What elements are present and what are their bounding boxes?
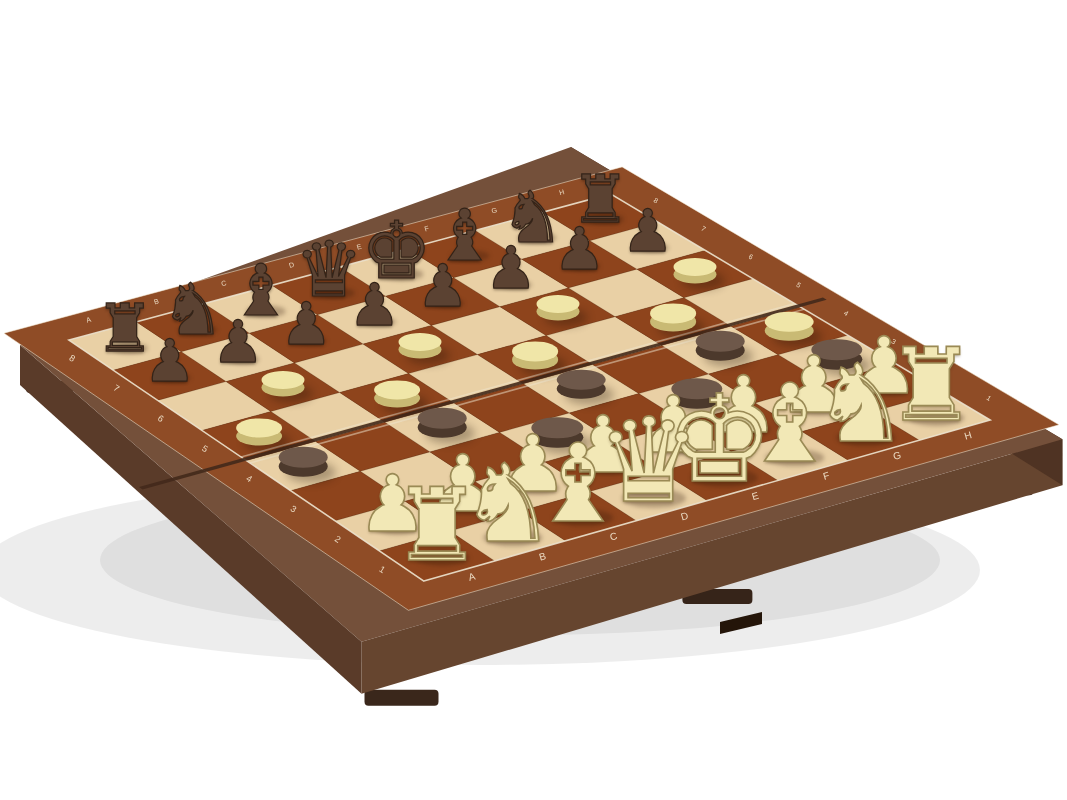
- chessboard: AABBCCDDEEFFGGHH1122334455667788: [0, 0, 1067, 800]
- board-foot: [365, 690, 439, 706]
- product-photo-stage: AABBCCDDEEFFGGHH1122334455667788 ♜♞♝♛♚♝♞…: [0, 0, 1067, 800]
